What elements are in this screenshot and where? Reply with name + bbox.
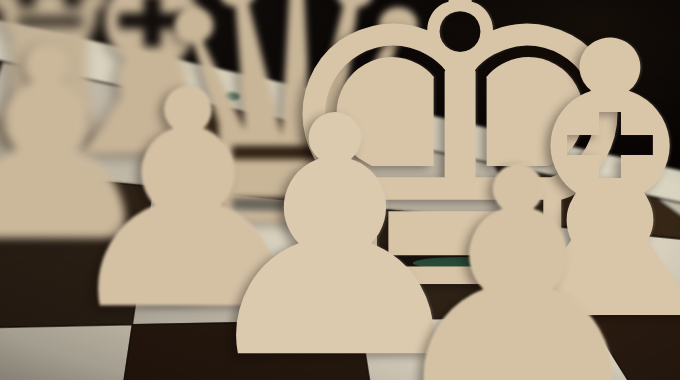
- white-pawn-piece[interactable]: ♟: [377, 128, 659, 380]
- chess-photo-scene: ♜♝♛♟♚♝♟♟♟: [0, 0, 680, 380]
